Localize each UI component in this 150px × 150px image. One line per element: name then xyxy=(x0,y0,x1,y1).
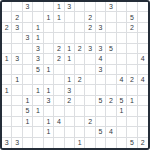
cell-r5c5[interactable] xyxy=(44,44,54,54)
cell-r13c3[interactable] xyxy=(23,127,33,137)
cell-r1c1[interactable] xyxy=(2,2,12,12)
cell-r13c4[interactable] xyxy=(33,127,43,137)
cell-r14c7[interactable] xyxy=(65,138,75,148)
cell-r12c11[interactable] xyxy=(106,117,116,127)
cell-r3c2[interactable]: 3 xyxy=(12,23,22,33)
cell-r10c3[interactable]: 1 xyxy=(23,96,33,106)
cell-r6c4[interactable]: 3 xyxy=(33,54,43,64)
cell-r9c13[interactable] xyxy=(127,85,137,95)
cell-r13c2[interactable] xyxy=(12,127,22,137)
cell-r3c7[interactable] xyxy=(65,23,75,33)
cell-r4c7[interactable] xyxy=(65,33,75,43)
cell-r3c4[interactable]: 1 xyxy=(33,23,43,33)
cell-r10c10[interactable]: 5 xyxy=(96,96,106,106)
cell-r13c1[interactable] xyxy=(2,127,12,137)
cell-r8c5[interactable] xyxy=(44,75,54,85)
cell-r7c5[interactable]: 1 xyxy=(44,65,54,75)
cell-r11c9[interactable] xyxy=(85,106,95,116)
cell-r14c9[interactable] xyxy=(85,138,95,148)
cell-r7c4[interactable]: 5 xyxy=(33,65,43,75)
cell-r9c9[interactable] xyxy=(85,85,95,95)
cell-r11c6[interactable] xyxy=(54,106,64,116)
cell-r4c3[interactable]: 3 xyxy=(23,33,33,43)
cell-r3c9[interactable]: 2 xyxy=(85,23,95,33)
cell-r7c1[interactable] xyxy=(2,65,12,75)
cell-r8c7[interactable]: 1 xyxy=(65,75,75,85)
cell-r8c10[interactable] xyxy=(96,75,106,85)
cell-r11c8[interactable] xyxy=(75,106,85,116)
puzzle-grid: 3133211252312323132123351332144513112424… xyxy=(2,2,148,148)
cell-r6c13[interactable] xyxy=(127,54,137,64)
cell-r8c8[interactable]: 2 xyxy=(75,75,85,85)
cell-r11c3[interactable]: 5 xyxy=(23,106,33,116)
cell-r2c8[interactable] xyxy=(75,12,85,22)
cell-r6c2[interactable]: 3 xyxy=(12,54,22,64)
cell-r8c1[interactable] xyxy=(2,75,12,85)
cell-r12c5[interactable]: 1 xyxy=(44,117,54,127)
cell-r12c13[interactable] xyxy=(127,117,137,127)
cell-r4c4[interactable]: 1 xyxy=(33,33,43,43)
cell-r1c12[interactable] xyxy=(117,2,127,12)
cell-r5c7[interactable]: 1 xyxy=(65,44,75,54)
cell-r7c7[interactable] xyxy=(65,65,75,75)
cell-r4c14[interactable] xyxy=(138,33,148,43)
cell-r13c10[interactable]: 5 xyxy=(96,127,106,137)
cell-r11c2[interactable] xyxy=(12,106,22,116)
cell-r9c4[interactable]: 1 xyxy=(33,85,43,95)
cell-r2c9[interactable]: 2 xyxy=(85,12,95,22)
cell-r14c6[interactable] xyxy=(54,138,64,148)
cell-r9c14[interactable] xyxy=(138,85,148,95)
cell-r4c5[interactable] xyxy=(44,33,54,43)
cell-r13c13[interactable] xyxy=(127,127,137,137)
cell-r2c12[interactable] xyxy=(117,12,127,22)
cell-r4c1[interactable] xyxy=(2,33,12,43)
cell-r9c7[interactable]: 3 xyxy=(65,85,75,95)
cell-r6c10[interactable]: 4 xyxy=(96,54,106,64)
cell-r10c12[interactable]: 5 xyxy=(117,96,127,106)
cell-r10c1[interactable] xyxy=(2,96,12,106)
cell-r5c13[interactable] xyxy=(127,44,137,54)
cell-r12c10[interactable] xyxy=(96,117,106,127)
cell-r5c12[interactable] xyxy=(117,44,127,54)
cell-r3c3[interactable] xyxy=(23,23,33,33)
cell-r1c8[interactable] xyxy=(75,2,85,12)
cell-r14c11[interactable] xyxy=(106,138,116,148)
cell-r7c6[interactable] xyxy=(54,65,64,75)
cell-r4c8[interactable] xyxy=(75,33,85,43)
cell-r6c7[interactable]: 1 xyxy=(65,54,75,64)
cell-r3c1[interactable]: 2 xyxy=(2,23,12,33)
cell-r7c12[interactable] xyxy=(117,65,127,75)
cell-r3c12[interactable] xyxy=(117,23,127,33)
cell-r3c13[interactable]: 2 xyxy=(127,23,137,33)
cell-r2c7[interactable] xyxy=(65,12,75,22)
cell-r11c11[interactable] xyxy=(106,106,116,116)
cell-r10c8[interactable] xyxy=(75,96,85,106)
cell-r3c11[interactable] xyxy=(106,23,116,33)
cell-r10c13[interactable]: 1 xyxy=(127,96,137,106)
cell-r12c7[interactable] xyxy=(65,117,75,127)
puzzle-board: 3133211252312323132123351332144513112424… xyxy=(0,0,150,150)
cell-r12c2[interactable] xyxy=(12,117,22,127)
cell-r6c9[interactable] xyxy=(85,54,95,64)
cell-r5c4[interactable]: 3 xyxy=(33,44,43,54)
cell-r14c12[interactable] xyxy=(117,138,127,148)
cell-r11c1[interactable] xyxy=(2,106,12,116)
cell-r12c6[interactable]: 4 xyxy=(54,117,64,127)
cell-r4c6[interactable] xyxy=(54,33,64,43)
cell-r5c3[interactable] xyxy=(23,44,33,54)
cell-r2c11[interactable] xyxy=(106,12,116,22)
cell-r12c4[interactable] xyxy=(33,117,43,127)
cell-r11c4[interactable]: 1 xyxy=(33,106,43,116)
cell-r1c4[interactable] xyxy=(33,2,43,12)
cell-r7c2[interactable] xyxy=(12,65,22,75)
cell-r14c4[interactable] xyxy=(33,138,43,148)
cell-r8c12[interactable]: 4 xyxy=(117,75,127,85)
cell-r5c9[interactable]: 3 xyxy=(85,44,95,54)
cell-r5c8[interactable]: 2 xyxy=(75,44,85,54)
cell-r14c1[interactable]: 3 xyxy=(2,138,12,148)
cell-r10c14[interactable] xyxy=(138,96,148,106)
cell-r4c9[interactable] xyxy=(85,33,95,43)
cell-r13c12[interactable] xyxy=(117,127,127,137)
cell-r7c11[interactable] xyxy=(106,65,116,75)
cell-r13c5[interactable]: 1 xyxy=(44,127,54,137)
cell-r6c5[interactable] xyxy=(44,54,54,64)
cell-r13c14[interactable] xyxy=(138,127,148,137)
cell-r3c8[interactable] xyxy=(75,23,85,33)
cell-r11c10[interactable] xyxy=(96,106,106,116)
cell-r1c11[interactable]: 3 xyxy=(106,2,116,12)
cell-r8c14[interactable]: 4 xyxy=(138,75,148,85)
cell-r7c10[interactable]: 3 xyxy=(96,65,106,75)
cell-r8c13[interactable]: 2 xyxy=(127,75,137,85)
cell-r1c2[interactable] xyxy=(12,2,22,12)
cell-r13c7[interactable] xyxy=(65,127,75,137)
cell-r1c13[interactable] xyxy=(127,2,137,12)
cell-r13c11[interactable]: 4 xyxy=(106,127,116,137)
cell-r7c13[interactable] xyxy=(127,65,137,75)
cell-r5c1[interactable] xyxy=(2,44,12,54)
cell-r10c11[interactable]: 2 xyxy=(106,96,116,106)
cell-r9c10[interactable] xyxy=(96,85,106,95)
cell-r8c2[interactable]: 1 xyxy=(12,75,22,85)
cell-r2c13[interactable]: 5 xyxy=(127,12,137,22)
cell-r4c13[interactable] xyxy=(127,33,137,43)
cell-r11c12[interactable]: 1 xyxy=(117,106,127,116)
cell-r9c2[interactable] xyxy=(12,85,22,95)
cell-r7c8[interactable] xyxy=(75,65,85,75)
cell-r4c12[interactable] xyxy=(117,33,127,43)
cell-r8c9[interactable] xyxy=(85,75,95,85)
cell-r11c5[interactable] xyxy=(44,106,54,116)
cell-r3c5[interactable] xyxy=(44,23,54,33)
cell-r9c3[interactable] xyxy=(23,85,33,95)
cell-r2c1[interactable] xyxy=(2,12,12,22)
cell-r11c14[interactable] xyxy=(138,106,148,116)
cell-r1c5[interactable] xyxy=(44,2,54,12)
cell-r6c1[interactable]: 1 xyxy=(2,54,12,64)
cell-r1c7[interactable]: 3 xyxy=(65,2,75,12)
cell-r8c3[interactable] xyxy=(23,75,33,85)
cell-r6c11[interactable] xyxy=(106,54,116,64)
cell-r9c8[interactable] xyxy=(75,85,85,95)
cell-r8c11[interactable] xyxy=(106,75,116,85)
cell-r9c11[interactable] xyxy=(106,85,116,95)
cell-r1c9[interactable] xyxy=(85,2,95,12)
cell-r3c6[interactable] xyxy=(54,23,64,33)
cell-r14c13[interactable]: 5 xyxy=(127,138,137,148)
cell-r12c14[interactable] xyxy=(138,117,148,127)
cell-r8c4[interactable] xyxy=(33,75,43,85)
cell-r4c10[interactable] xyxy=(96,33,106,43)
cell-r11c13[interactable] xyxy=(127,106,137,116)
cell-r5c6[interactable]: 2 xyxy=(54,44,64,54)
cell-r9c5[interactable]: 1 xyxy=(44,85,54,95)
cell-r5c11[interactable]: 5 xyxy=(106,44,116,54)
cell-r4c2[interactable] xyxy=(12,33,22,43)
cell-r7c3[interactable] xyxy=(23,65,33,75)
cell-r2c10[interactable] xyxy=(96,12,106,22)
cell-r10c5[interactable]: 3 xyxy=(44,96,54,106)
cell-r14c3[interactable] xyxy=(23,138,33,148)
cell-r10c4[interactable] xyxy=(33,96,43,106)
cell-r14c2[interactable]: 3 xyxy=(12,138,22,148)
cell-r3c14[interactable] xyxy=(138,23,148,33)
cell-r9c1[interactable]: 1 xyxy=(2,85,12,95)
cell-r13c6[interactable] xyxy=(54,127,64,137)
cell-r2c3[interactable] xyxy=(23,12,33,22)
cell-r5c10[interactable]: 3 xyxy=(96,44,106,54)
cell-r9c12[interactable] xyxy=(117,85,127,95)
cell-r10c9[interactable] xyxy=(85,96,95,106)
cell-r6c6[interactable]: 2 xyxy=(54,54,64,64)
cell-r3c10[interactable]: 3 xyxy=(96,23,106,33)
cell-r14c10[interactable] xyxy=(96,138,106,148)
cell-r1c10[interactable] xyxy=(96,2,106,12)
cell-r1c3[interactable]: 3 xyxy=(23,2,33,12)
cell-r4c11[interactable] xyxy=(106,33,116,43)
cell-r12c8[interactable] xyxy=(75,117,85,127)
cell-r6c8[interactable] xyxy=(75,54,85,64)
cell-r10c6[interactable] xyxy=(54,96,64,106)
cell-r14c14[interactable]: 2 xyxy=(138,138,148,148)
cell-r12c9[interactable]: 2 xyxy=(85,117,95,127)
cell-r2c4[interactable] xyxy=(33,12,43,22)
cell-r2c6[interactable]: 1 xyxy=(54,12,64,22)
cell-r7c14[interactable] xyxy=(138,65,148,75)
cell-r5c14[interactable] xyxy=(138,44,148,54)
cell-r10c7[interactable]: 2 xyxy=(65,96,75,106)
cell-r2c2[interactable]: 2 xyxy=(12,12,22,22)
cell-r2c14[interactable] xyxy=(138,12,148,22)
cell-r1c6[interactable]: 1 xyxy=(54,2,64,12)
cell-r14c5[interactable] xyxy=(44,138,54,148)
cell-r8c6[interactable] xyxy=(54,75,64,85)
cell-r13c8[interactable] xyxy=(75,127,85,137)
cell-r2c5[interactable]: 1 xyxy=(44,12,54,22)
cell-r10c2[interactable] xyxy=(12,96,22,106)
cell-r6c12[interactable] xyxy=(117,54,127,64)
cell-r12c1[interactable] xyxy=(2,117,12,127)
cell-r9c6[interactable] xyxy=(54,85,64,95)
cell-r12c3[interactable]: 1 xyxy=(23,117,33,127)
cell-r7c9[interactable] xyxy=(85,65,95,75)
cell-r5c2[interactable] xyxy=(12,44,22,54)
cell-r6c3[interactable] xyxy=(23,54,33,64)
cell-r1c14[interactable] xyxy=(138,2,148,12)
cell-r6c14[interactable]: 4 xyxy=(138,54,148,64)
cell-r14c8[interactable]: 1 xyxy=(75,138,85,148)
cell-r12c12[interactable] xyxy=(117,117,127,127)
cell-r11c7[interactable] xyxy=(65,106,75,116)
cell-r13c9[interactable] xyxy=(85,127,95,137)
